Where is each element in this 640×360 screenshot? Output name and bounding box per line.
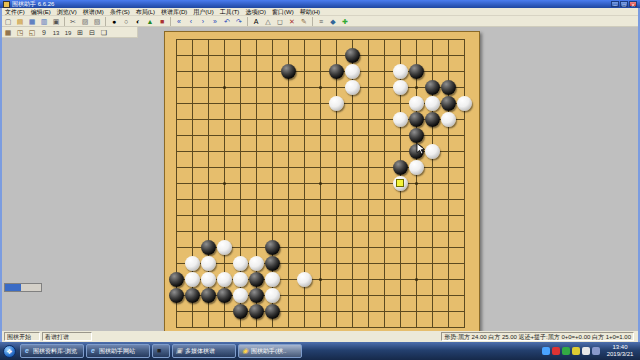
black-stone <box>169 272 184 287</box>
menu-item-6[interactable]: 棋谱库(D) <box>158 8 190 16</box>
white-stone <box>217 240 232 255</box>
black-stone <box>265 256 280 271</box>
board-13-button[interactable]: 13 <box>51 27 62 37</box>
start-button[interactable]: ❖ <box>3 345 16 358</box>
toolbar-separator <box>312 17 313 26</box>
clock-date: 2019/3/21 <box>603 351 637 358</box>
black-stone <box>409 112 424 127</box>
shield-icon[interactable] <box>572 347 580 355</box>
minimize-button[interactable]: ─ <box>611 1 619 7</box>
taskbar-button-label: 围棋资料库-浏览 <box>33 347 77 356</box>
toolbar-separator <box>105 17 106 26</box>
white-stone <box>297 272 312 287</box>
green-status-icon[interactable] <box>562 347 570 355</box>
square-tool-button[interactable]: ■ <box>157 16 168 26</box>
white-stone <box>393 64 408 79</box>
white-stone <box>345 80 360 95</box>
board-corner-bl-button[interactable]: ◱ <box>27 27 38 37</box>
maximize-button[interactable]: □ <box>620 1 628 7</box>
paste-button[interactable]: ▧ <box>92 16 103 26</box>
zoom-in-button[interactable]: ⊞ <box>75 27 86 37</box>
menu-bar: 文件(F)编辑(E)浏览(V)棋谱(M)条件(S)布局(L)棋谱库(D)用户(U… <box>2 8 638 16</box>
mark-square-button[interactable]: ◻ <box>275 16 286 26</box>
board-9-button[interactable]: 9 <box>39 27 50 37</box>
white-stone <box>425 96 440 111</box>
menu-item-2[interactable]: 浏览(V) <box>54 8 80 16</box>
status-left-1: 围棋开始 <box>4 332 40 341</box>
desktop: 围棋助手 6.6.26 ─□✕ 文件(F)编辑(E)浏览(V)棋谱(M)条件(S… <box>0 0 640 360</box>
black-stone <box>201 288 216 303</box>
black-stone <box>265 240 280 255</box>
hoshi-point <box>415 278 418 281</box>
copy-button[interactable]: ▨ <box>80 16 91 26</box>
open-file-button[interactable]: ▤ <box>15 16 26 26</box>
white-stone <box>185 256 200 271</box>
board-full-button[interactable]: ▦ <box>3 27 14 37</box>
mini-scrollbar-thumb[interactable] <box>5 284 21 291</box>
go-board[interactable] <box>164 31 480 335</box>
black-stone <box>249 272 264 287</box>
white-stone-button[interactable]: ○ <box>121 16 132 26</box>
print-button[interactable]: ▣ <box>51 16 62 26</box>
status-bar: 围棋开始 看谱打谱 形势:黑方 24.00 白方 25.00 返还+提子:黑方 … <box>2 331 638 342</box>
white-stone <box>185 272 200 287</box>
taskbar-button-2[interactable]: ■ <box>152 344 170 358</box>
new-file-button[interactable]: ▢ <box>3 16 14 26</box>
toolbar-separator <box>170 17 171 26</box>
black-stone <box>265 304 280 319</box>
black-stone <box>185 288 200 303</box>
white-stone <box>457 96 472 111</box>
black-stone <box>233 304 248 319</box>
menu-item-5[interactable]: 布局(L) <box>133 8 158 16</box>
workspace-canvas <box>2 27 638 331</box>
menu-item-1[interactable]: 编辑(E) <box>28 8 54 16</box>
taskbar-button-icon: ■ <box>155 347 163 355</box>
black-stone <box>249 304 264 319</box>
next-move-button[interactable]: › <box>198 16 209 26</box>
mark-x-button[interactable]: ✕ <box>287 16 298 26</box>
hoshi-point <box>319 182 322 185</box>
black-stone <box>169 288 184 303</box>
black-stone-button[interactable]: ● <box>109 16 120 26</box>
black-stone <box>345 48 360 63</box>
white-stone <box>345 64 360 79</box>
white-stone <box>393 80 408 95</box>
white-stone <box>265 272 280 287</box>
network-icon[interactable] <box>582 347 590 355</box>
white-stone <box>217 272 232 287</box>
menu-item-0[interactable]: 文件(F) <box>2 8 28 16</box>
black-stone <box>329 64 344 79</box>
last-move-button[interactable]: » <box>210 16 221 26</box>
menu-item-4[interactable]: 条件(S) <box>107 8 133 16</box>
black-stone <box>441 80 456 95</box>
white-stone <box>409 160 424 175</box>
menu-item-7[interactable]: 用户(U) <box>190 8 216 16</box>
mini-scrollbar[interactable] <box>4 283 42 292</box>
taskbar-button-icon: ▣ <box>175 347 183 355</box>
app-icon <box>3 1 10 8</box>
triangle-tool-button[interactable]: ▲ <box>145 16 156 26</box>
white-stone <box>393 112 408 127</box>
menu-item-3[interactable]: 棋谱(M) <box>80 8 107 16</box>
black-stone <box>393 160 408 175</box>
taskbar-button-icon: e <box>23 347 31 355</box>
taskbar-button-0[interactable]: e围棋资料库-浏览 <box>20 344 84 358</box>
alternate-stone-button[interactable]: ◐ <box>133 16 144 26</box>
white-stone <box>201 272 216 287</box>
white-stone <box>249 256 264 271</box>
black-stone <box>441 96 456 111</box>
taskbar-button-icon: ◉ <box>241 347 249 355</box>
im-icon[interactable] <box>542 347 550 355</box>
mark-triangle-button[interactable]: △ <box>263 16 274 26</box>
redo-button[interactable]: ↷ <box>234 16 245 26</box>
toolbar-separator <box>247 17 248 26</box>
clock-time: 13:40 <box>603 344 637 351</box>
hoshi-point <box>223 86 226 89</box>
menu-item-9[interactable]: 选项(O) <box>242 8 269 16</box>
menu-item-8[interactable]: 工具(T) <box>217 8 243 16</box>
edit-pencil-button[interactable]: ✎ <box>299 16 310 26</box>
white-stone <box>441 112 456 127</box>
security-icon[interactable] <box>552 347 560 355</box>
taskbar-clock[interactable]: 13:402019/3/21 <box>603 344 637 358</box>
board-19-button[interactable]: 19 <box>63 27 74 37</box>
status-score: 形势:黑方 24.00 白方 25.00 返还+提子:黑方 0+0=+0.00 … <box>441 332 634 341</box>
hoshi-point <box>319 278 322 281</box>
hoshi-point <box>415 182 418 185</box>
white-stone <box>201 256 216 271</box>
white-stone <box>329 96 344 111</box>
black-stone <box>201 240 216 255</box>
black-stone <box>281 64 296 79</box>
white-stone <box>425 144 440 159</box>
undo-button[interactable]: ↶ <box>222 16 233 26</box>
white-stone <box>233 272 248 287</box>
add-node-button[interactable]: ✚ <box>340 16 351 26</box>
cut-button[interactable]: ✂ <box>68 16 79 26</box>
black-stone <box>217 288 232 303</box>
window-frame-left <box>0 0 2 342</box>
toolbar-separator <box>64 17 65 26</box>
move-list-button[interactable]: ≡ <box>316 16 327 26</box>
analysis-button[interactable]: ◆ <box>328 16 339 26</box>
status-left-2: 看谱打谱 <box>42 332 92 341</box>
white-stone <box>233 288 248 303</box>
white-stone <box>265 288 280 303</box>
volume-icon[interactable] <box>592 347 600 355</box>
taskbar-button-3[interactable]: ▣多媒体棋谱 <box>172 344 236 358</box>
taskbar-buttons: e围棋资料库-浏览e围棋助手网站■▣多媒体棋谱◉围棋助手(棋.. <box>19 344 303 358</box>
zoom-out-button[interactable]: ⊟ <box>87 27 98 37</box>
save-file-button[interactable]: ▦ <box>27 16 38 26</box>
first-move-button[interactable]: « <box>174 16 185 26</box>
prev-move-button[interactable]: ‹ <box>186 16 197 26</box>
white-stone <box>233 256 248 271</box>
black-stone <box>409 64 424 79</box>
taskbar-button-label: 围棋助手(棋.. <box>251 347 286 356</box>
copy-board-button[interactable]: ❏ <box>99 27 110 37</box>
last-move-marker <box>396 179 404 187</box>
black-stone <box>425 80 440 95</box>
toolbar-board: ▦◳◱91319⊞⊟❏ <box>2 27 138 38</box>
black-stone <box>425 112 440 127</box>
taskbar-button-4[interactable]: ◉围棋助手(棋.. <box>238 344 302 358</box>
toolbar-main: ▢▤▦▥▣✂▨▧●○◐▲■«‹›»↶↷A△◻✕✎≡◆✚ <box>2 16 638 27</box>
close-button[interactable]: ✕ <box>629 1 637 7</box>
window-controls: ─□✕ <box>611 1 637 7</box>
black-stone <box>249 288 264 303</box>
mouse-cursor <box>416 141 426 159</box>
white-stone <box>409 96 424 111</box>
taskbar-button-label: 多媒体棋谱 <box>185 347 215 356</box>
taskbar-button-icon: e <box>89 347 97 355</box>
hoshi-point <box>223 182 226 185</box>
hoshi-point <box>415 86 418 89</box>
save-as-button[interactable]: ▥ <box>39 16 50 26</box>
hoshi-point <box>319 86 322 89</box>
board-corner-tr-button[interactable]: ◳ <box>15 27 26 37</box>
label-a-button[interactable]: A <box>251 16 262 26</box>
menu-item-10[interactable]: 窗口(W) <box>269 8 297 16</box>
system-tray <box>542 347 600 355</box>
taskbar-button-label: 围棋助手网站 <box>99 347 135 356</box>
taskbar: ❖ e围棋资料库-浏览e围棋助手网站■▣多媒体棋谱◉围棋助手(棋.. 13:40… <box>0 342 640 360</box>
taskbar-button-1[interactable]: e围棋助手网站 <box>86 344 150 358</box>
menu-item-11[interactable]: 帮助(H) <box>297 8 323 16</box>
